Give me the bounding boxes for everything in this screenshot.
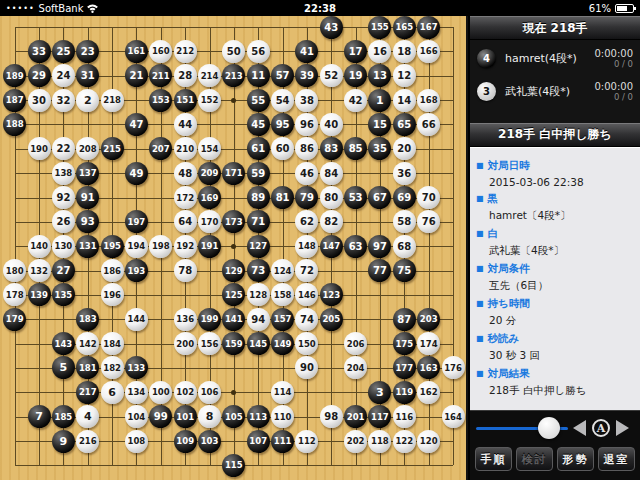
black-stone-145: 145 (247, 332, 270, 355)
black-stone-127: 127 (247, 235, 270, 258)
black-player-name: hamret(4段*) (505, 51, 594, 66)
black-stone-73: 73 (247, 259, 270, 282)
black-stone-89: 89 (247, 186, 270, 209)
white-stone-78: 78 (174, 259, 197, 282)
white-stone-186: 186 (101, 259, 124, 282)
white-stone-70: 70 (417, 186, 440, 209)
black-stone-153: 153 (149, 89, 172, 112)
black-stone-93: 93 (76, 210, 99, 233)
black-stone-1: 1 (368, 89, 391, 112)
info-label-6: ■対局結果 (476, 367, 634, 381)
white-stone-32: 32 (52, 89, 75, 112)
black-stone-155: 155 (368, 16, 391, 39)
white-stone-174: 174 (417, 332, 440, 355)
white-stone-134: 134 (125, 381, 148, 404)
black-stone-83: 83 (320, 137, 343, 160)
black-stone-183: 183 (76, 308, 99, 331)
black-stone-135: 135 (52, 283, 75, 306)
black-stone-7: 7 (28, 405, 51, 428)
info-value-6: 218手 白中押し勝ち (489, 384, 634, 398)
info-value-0: 2015-03-06 22:38 (489, 176, 634, 188)
black-stone-97: 97 (368, 235, 391, 258)
white-stone-48: 48 (174, 162, 197, 185)
info-value-1: hamret〔4段*〕 (489, 209, 634, 223)
black-periods: 0 / 0 (594, 60, 633, 70)
black-stone-149: 149 (271, 332, 294, 355)
white-stone-178: 178 (3, 283, 26, 306)
black-stone-39: 39 (295, 64, 318, 87)
white-stone-200: 200 (174, 332, 197, 355)
sidebar: 現在 218手 4 hamret(4段*) 0:00:00 0 / 0 3 武礼… (470, 16, 640, 480)
white-stone-208: 208 (76, 137, 99, 160)
black-stone-57: 57 (271, 64, 294, 87)
white-stone-154: 154 (198, 137, 221, 160)
white-stone-14: 14 (393, 89, 416, 112)
black-stone-13: 13 (368, 64, 391, 87)
black-stone-151: 151 (174, 89, 197, 112)
black-stone-77: 77 (368, 259, 391, 282)
white-stone-150: 150 (295, 332, 318, 355)
review-button[interactable]: 検討 (516, 447, 553, 471)
black-stone-69: 69 (393, 186, 416, 209)
move-slider[interactable] (476, 416, 568, 440)
white-stone-74: 74 (295, 308, 318, 331)
white-stone-98: 98 (320, 405, 343, 428)
white-stone-122: 122 (393, 430, 416, 453)
white-stone-152: 152 (198, 89, 221, 112)
carrier-name: SoftBank (39, 3, 84, 14)
black-stone-21: 21 (125, 64, 148, 87)
black-stone-139: 139 (28, 283, 51, 306)
white-stone-30: 30 (28, 89, 51, 112)
info-label-5: ■秒読み (476, 332, 634, 346)
white-stone-2: 2 (76, 89, 99, 112)
bullet-icon: ■ (476, 161, 484, 170)
black-stone-49: 49 (125, 162, 148, 185)
white-stone-158: 158 (271, 283, 294, 306)
white-stone-26: 26 (52, 210, 75, 233)
wifi-icon (87, 4, 98, 13)
white-stone-44: 44 (174, 113, 197, 136)
white-stone-108: 108 (125, 430, 148, 453)
black-stone-87: 87 (393, 308, 416, 331)
black-stone-5: 5 (52, 356, 75, 379)
black-stone-81: 81 (271, 186, 294, 209)
white-stone-68: 68 (393, 235, 416, 258)
black-stone-193: 193 (125, 259, 148, 282)
battery-percent: 61% (589, 3, 611, 14)
white-stone-204: 204 (344, 356, 367, 379)
white-stone-4: 4 (76, 405, 99, 428)
white-stone-216: 216 (76, 430, 99, 453)
black-stone-35: 35 (368, 137, 391, 160)
black-stone-191: 191 (198, 235, 221, 258)
black-stone-91: 91 (76, 186, 99, 209)
move-counter-header: 現在 218手 (470, 16, 640, 40)
moves-button[interactable]: 手順 (475, 447, 512, 471)
battery-icon (615, 4, 634, 13)
info-value-4: 20 分 (489, 314, 634, 328)
white-stone-66: 66 (417, 113, 440, 136)
black-stone-167: 167 (417, 16, 440, 39)
black-stone-43: 43 (320, 16, 343, 39)
black-stone-33: 33 (28, 40, 51, 63)
black-stone-187: 187 (3, 89, 26, 112)
black-stone-9: 9 (52, 430, 75, 453)
black-stone-207: 207 (149, 137, 172, 160)
white-stone-50: 50 (222, 40, 245, 63)
white-stone-176: 176 (442, 356, 465, 379)
black-stone-85: 85 (344, 137, 367, 160)
white-stone-146: 146 (295, 283, 318, 306)
next-move-button[interactable] (616, 420, 629, 436)
slider-knob[interactable] (538, 417, 560, 439)
black-stone-199: 199 (198, 308, 221, 331)
black-stone-133: 133 (125, 356, 148, 379)
star-point (231, 390, 236, 395)
black-stone-159: 159 (222, 332, 245, 355)
black-stone-17: 17 (344, 40, 367, 63)
action-buttons: 手順検討形勢退室 (470, 445, 640, 473)
black-stone-201: 201 (344, 405, 367, 428)
white-stone-96: 96 (295, 113, 318, 136)
white-stone-120: 120 (417, 430, 440, 453)
white-stone-194: 194 (125, 235, 148, 258)
black-stone-71: 71 (247, 210, 270, 233)
black-stone-65: 65 (393, 113, 416, 136)
white-stone-196: 196 (101, 283, 124, 306)
white-stone-18: 18 (393, 40, 416, 63)
white-stone-106: 106 (198, 381, 221, 404)
white-stone-24: 24 (52, 64, 75, 87)
black-stone-41: 41 (295, 40, 318, 63)
bullet-icon: ■ (476, 229, 484, 238)
white-stone-42: 42 (344, 89, 367, 112)
white-periods: 0 / 0 (594, 93, 633, 103)
black-stone-107: 107 (247, 430, 270, 453)
black-stone-113: 113 (247, 405, 270, 428)
white-stone-icon: 3 (477, 82, 496, 101)
bullet-icon: ■ (476, 334, 484, 343)
black-stone-111: 111 (271, 430, 294, 453)
white-stone-128: 128 (247, 283, 270, 306)
white-stone-138: 138 (52, 162, 75, 185)
black-stone-173: 173 (222, 210, 245, 233)
white-stone-20: 20 (393, 137, 416, 160)
white-stone-168: 168 (417, 89, 440, 112)
star-point (231, 244, 236, 249)
black-stone-55: 55 (247, 89, 270, 112)
leave-room-button[interactable]: 退室 (598, 447, 635, 471)
white-stone-118: 118 (368, 430, 391, 453)
playback-controls: A 手順検討形勢退室 (470, 410, 640, 480)
black-stone-203: 203 (417, 308, 440, 331)
white-stone-40: 40 (320, 113, 343, 136)
black-stone-169: 169 (198, 186, 221, 209)
white-stone-82: 82 (320, 210, 343, 233)
white-stone-160: 160 (149, 40, 172, 63)
black-stone-95: 95 (271, 113, 294, 136)
black-stone-181: 181 (76, 356, 99, 379)
info-label-4: ■持ち時間 (476, 297, 634, 311)
white-stone-214: 214 (198, 64, 221, 87)
status-bar: ••••• SoftBank 22:38 61% (0, 0, 640, 16)
white-stone-190: 190 (28, 137, 51, 160)
black-stone-171: 171 (222, 162, 245, 185)
black-stone-165: 165 (393, 16, 416, 39)
white-stone-36: 36 (393, 162, 416, 185)
white-stone-38: 38 (295, 89, 318, 112)
signal-strength-icon: ••••• (6, 4, 35, 13)
black-stone-141: 141 (222, 308, 245, 331)
white-stone-60: 60 (271, 137, 294, 160)
black-stone-213: 213 (222, 64, 245, 87)
white-stone-90: 90 (295, 356, 318, 379)
white-stone-76: 76 (417, 210, 440, 233)
black-stone-197: 197 (125, 210, 148, 233)
white-stone-46: 46 (295, 162, 318, 185)
carrier-info: ••••• SoftBank (6, 3, 206, 14)
black-stone-195: 195 (101, 235, 124, 258)
white-stone-164: 164 (442, 405, 465, 428)
white-stone-132: 132 (28, 259, 51, 282)
go-board[interactable]: 4315516516733252316116021250564117161816… (0, 16, 468, 480)
black-stone-25: 25 (52, 40, 75, 63)
black-stone-99: 99 (149, 405, 172, 428)
black-stone-15: 15 (368, 113, 391, 136)
white-stone-54: 54 (271, 89, 294, 112)
black-stone-147: 147 (320, 235, 343, 258)
black-stone-179: 179 (3, 308, 26, 331)
black-stone-27: 27 (52, 259, 75, 282)
black-stone-3: 3 (368, 381, 391, 404)
black-stone-163: 163 (417, 356, 440, 379)
black-stone-119: 119 (393, 381, 416, 404)
white-stone-112: 112 (295, 430, 318, 453)
black-stone-59: 59 (247, 162, 270, 185)
black-stone-211: 211 (149, 64, 172, 87)
black-stone-161: 161 (125, 40, 148, 63)
auto-play-button[interactable]: A (592, 419, 610, 437)
info-label-3: ■対局条件 (476, 262, 634, 276)
black-stone-31: 31 (76, 64, 99, 87)
white-stone-64: 64 (174, 210, 197, 233)
black-stone-105: 105 (222, 405, 245, 428)
white-stone-86: 86 (295, 137, 318, 160)
black-stone-11: 11 (247, 64, 270, 87)
battery-info: 61% (434, 3, 634, 14)
estimate-button[interactable]: 形勢 (557, 447, 594, 471)
white-stone-102: 102 (174, 381, 197, 404)
white-stone-104: 104 (125, 405, 148, 428)
bullet-icon: ■ (476, 299, 484, 308)
white-stone-28: 28 (174, 64, 197, 87)
black-stone-115: 115 (222, 454, 245, 477)
white-stone-92: 92 (52, 186, 75, 209)
bullet-icon: ■ (476, 369, 484, 378)
info-value-3: 互先（6目） (489, 279, 634, 293)
white-stone-52: 52 (320, 64, 343, 87)
black-stone-215: 215 (101, 137, 124, 160)
white-stone-100: 100 (149, 381, 172, 404)
black-stone-137: 137 (76, 162, 99, 185)
app-screen: ••••• SoftBank 22:38 61% 431551651673325… (0, 0, 640, 480)
player-row-white: 3 武礼葉(4段*) 0:00:00 0 / 0 (477, 81, 633, 102)
info-label-2: ■白 (476, 227, 634, 241)
black-stone-123: 123 (320, 283, 343, 306)
white-stone-148: 148 (295, 235, 318, 258)
white-stone-12: 12 (393, 64, 416, 87)
clock-time: 22:38 (206, 3, 434, 14)
black-stone-189: 189 (3, 64, 26, 87)
black-stone-117: 117 (368, 405, 391, 428)
info-label-1: ■黒 (476, 192, 634, 206)
black-stone-75: 75 (393, 259, 416, 282)
white-stone-62: 62 (295, 210, 318, 233)
black-stone-131: 131 (76, 235, 99, 258)
black-stone-63: 63 (344, 235, 367, 258)
white-stone-58: 58 (393, 210, 416, 233)
white-stone-144: 144 (125, 308, 148, 331)
white-stone-8: 8 (198, 405, 221, 428)
black-stone-185: 185 (52, 405, 75, 428)
white-stone-166: 166 (417, 40, 440, 63)
white-stone-16: 16 (368, 40, 391, 63)
black-stone-217: 217 (76, 381, 99, 404)
white-stone-172: 172 (174, 186, 197, 209)
white-stone-94: 94 (247, 308, 270, 331)
black-stone-109: 109 (174, 430, 197, 453)
white-stone-206: 206 (344, 332, 367, 355)
black-stone-177: 177 (393, 356, 416, 379)
white-stone-80: 80 (320, 186, 343, 209)
info-value-2: 武礼葉〔4段*〕 (489, 244, 634, 258)
bullet-icon: ■ (476, 194, 484, 203)
black-stone-45: 45 (247, 113, 270, 136)
white-stone-170: 170 (198, 210, 221, 233)
game-info-panel: ■対局日時2015-03-06 22:38■黒hamret〔4段*〕■白武礼葉〔… (470, 147, 640, 419)
player-row-black: 4 hamret(4段*) 0:00:00 0 / 0 (477, 48, 633, 69)
black-stone-157: 157 (271, 308, 294, 331)
white-stone-22: 22 (52, 137, 75, 160)
black-stone-icon: 4 (477, 49, 496, 68)
black-stone-129: 129 (222, 259, 245, 282)
game-result-bar: 218手 白中押し勝ち (470, 123, 640, 147)
black-stone-79: 79 (295, 186, 318, 209)
black-stone-61: 61 (247, 137, 270, 160)
black-stone-47: 47 (125, 113, 148, 136)
info-value-5: 30 秒 3 回 (489, 349, 634, 363)
white-stone-210: 210 (174, 137, 197, 160)
player-list: 4 hamret(4段*) 0:00:00 0 / 0 3 武礼葉(4段*) 0… (470, 40, 640, 121)
white-player-name: 武礼葉(4段*) (505, 84, 594, 99)
black-stone-29: 29 (28, 64, 51, 87)
white-stone-56: 56 (247, 40, 270, 63)
black-stone-143: 143 (52, 332, 75, 355)
white-stone-218: 218 (101, 89, 124, 112)
black-stone-101: 101 (174, 405, 197, 428)
white-stone-142: 142 (76, 332, 99, 355)
info-label-0: ■対局日時 (476, 159, 634, 173)
white-stone-136: 136 (174, 308, 197, 331)
white-stone-212: 212 (174, 40, 197, 63)
black-stone-175: 175 (393, 332, 416, 355)
white-stone-110: 110 (271, 405, 294, 428)
white-stone-156: 156 (198, 332, 221, 355)
white-stone-6: 6 (101, 381, 124, 404)
white-stone-180: 180 (3, 259, 26, 282)
white-stone-198: 198 (149, 235, 172, 258)
white-stone-162: 162 (417, 381, 440, 404)
white-stone-72: 72 (295, 259, 318, 282)
bullet-icon: ■ (476, 264, 484, 273)
black-stone-188: 188 (3, 113, 26, 136)
black-clock: 0:00:00 (594, 48, 633, 60)
white-stone-184: 184 (101, 332, 124, 355)
black-stone-125: 125 (222, 283, 245, 306)
black-stone-205: 205 (320, 308, 343, 331)
star-point (231, 98, 236, 103)
white-stone-182: 182 (101, 356, 124, 379)
white-stone-114: 114 (271, 381, 294, 404)
white-stone-84: 84 (320, 162, 343, 185)
white-stone-130: 130 (52, 235, 75, 258)
black-stone-19: 19 (344, 64, 367, 87)
white-stone-192: 192 (174, 235, 197, 258)
previous-move-button[interactable] (573, 420, 586, 436)
white-stone-140: 140 (28, 235, 51, 258)
black-stone-23: 23 (76, 40, 99, 63)
white-stone-202: 202 (344, 430, 367, 453)
black-stone-209: 209 (198, 162, 221, 185)
black-stone-103: 103 (198, 430, 221, 453)
black-stone-67: 67 (368, 186, 391, 209)
white-stone-116: 116 (393, 405, 416, 428)
white-stone-124: 124 (271, 259, 294, 282)
black-stone-53: 53 (344, 186, 367, 209)
